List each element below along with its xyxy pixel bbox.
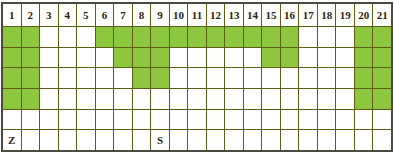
grid-cell-r4c7[interactable] [114, 89, 132, 109]
grid-cell-r6c8[interactable] [133, 130, 151, 150]
grid-cell-r3c18[interactable] [318, 68, 336, 88]
grid-cell-r5c6[interactable] [96, 110, 114, 130]
grid-cell-green-r3c20[interactable] [355, 68, 373, 88]
grid-cell-r6c10[interactable] [170, 130, 188, 150]
grid-cell-r6c2[interactable] [22, 130, 40, 150]
grid-cell-r6c13[interactable] [225, 130, 243, 150]
grid-cell-r5c17[interactable] [299, 110, 317, 130]
grid-cell-r3c15[interactable] [262, 68, 280, 88]
column-header-18: 18 [318, 4, 336, 26]
grid-cell-green-r2c20[interactable] [355, 48, 373, 68]
column-header-4: 4 [59, 4, 77, 26]
grid-cell-r6c3[interactable] [40, 130, 58, 150]
grid-cell-green-r1c8[interactable] [133, 27, 151, 47]
column-header-9: 9 [151, 4, 169, 26]
column-header-11: 11 [188, 4, 206, 26]
grid-cell-green-r1c20[interactable] [355, 27, 373, 47]
grid-cell-r6c16[interactable] [281, 130, 299, 150]
column-header-7: 7 [114, 4, 132, 26]
grid-cell-r3c13[interactable] [225, 68, 243, 88]
grid-cell-r5c3[interactable] [40, 110, 58, 130]
grid-cell-r6c19[interactable] [336, 130, 354, 150]
column-header-21: 21 [373, 4, 391, 26]
column-header-5: 5 [77, 4, 95, 26]
column-header-1: 1 [3, 4, 21, 26]
grid-cell-r5c4[interactable] [59, 110, 77, 130]
grid-cell-green-r1c1[interactable] [3, 27, 21, 47]
grid-cell-green-r1c11[interactable] [188, 27, 206, 47]
grid-cell-r3c3[interactable] [40, 68, 58, 88]
grid-cell-green-r1c21[interactable] [373, 27, 391, 47]
column-header-12: 12 [207, 4, 225, 26]
grid-cell-r4c5[interactable] [77, 89, 95, 109]
grid-cell-r4c10[interactable] [170, 89, 188, 109]
grid-cell-r4c8[interactable] [133, 89, 151, 109]
grid-cell-r4c16[interactable] [281, 89, 299, 109]
grid-cell-r2c19[interactable] [336, 48, 354, 68]
grid-cell-r3c17[interactable] [299, 68, 317, 88]
column-header-15: 15 [262, 4, 280, 26]
grid-cell-r2c4[interactable] [59, 48, 77, 68]
grid-cell-r1c18[interactable] [318, 27, 336, 47]
grid-cell-green-r1c2[interactable] [22, 27, 40, 47]
grid-cell-r4c15[interactable] [262, 89, 280, 109]
grid-cell-green-r4c1[interactable] [3, 89, 21, 109]
grid-cell-r4c12[interactable] [207, 89, 225, 109]
grid-cell-r5c18[interactable] [318, 110, 336, 130]
grid-cell-green-r1c13[interactable] [225, 27, 243, 47]
grid-cell-r5c13[interactable] [225, 110, 243, 130]
grid-cell-r5c14[interactable] [244, 110, 262, 130]
grid-cell-r5c20[interactable] [355, 110, 373, 130]
grid-cell-r6c12[interactable] [207, 130, 225, 150]
grid-cell-r3c5[interactable] [77, 68, 95, 88]
grid-cell-r5c11[interactable] [188, 110, 206, 130]
grid-cell-r4c9[interactable] [151, 89, 169, 109]
grid-cell-r6c11[interactable] [188, 130, 206, 150]
grid-cell-green-r1c15[interactable] [262, 27, 280, 47]
grid-cell-r5c10[interactable] [170, 110, 188, 130]
grid-cell-r5c8[interactable] [133, 110, 151, 130]
grid-cell-r5c12[interactable] [207, 110, 225, 130]
grid-cell-r5c2[interactable] [22, 110, 40, 130]
grid-cell-green-r3c21[interactable] [373, 68, 391, 88]
column-header-20: 20 [355, 4, 373, 26]
grid-cell-r6c21[interactable] [373, 130, 391, 150]
grid-cell-r3c14[interactable] [244, 68, 262, 88]
grid-cell-r1c17[interactable] [299, 27, 317, 47]
column-header-10: 10 [170, 4, 188, 26]
grid-cell-r2c10[interactable] [170, 48, 188, 68]
grid-cell-r6c14[interactable] [244, 130, 262, 150]
column-header-16: 16 [281, 4, 299, 26]
grid-cell-r2c11[interactable] [188, 48, 206, 68]
grid-cell-r1c3[interactable] [40, 27, 58, 47]
grid-cell-r3c4[interactable] [59, 68, 77, 88]
grid-cell-r6c4[interactable] [59, 130, 77, 150]
grid-cell-r6c20[interactable] [355, 130, 373, 150]
grid-cell-r6c17[interactable] [299, 130, 317, 150]
column-header-2: 2 [22, 4, 40, 26]
grid-cell-green-r1c16[interactable] [281, 27, 299, 47]
grid-cell-green-r2c16[interactable] [281, 48, 299, 68]
grid-cell-r6c18[interactable] [318, 130, 336, 150]
grid-cell-green-r1c6[interactable] [96, 27, 114, 47]
grid-cell-r3c16[interactable] [281, 68, 299, 88]
grid-cell-r5c19[interactable] [336, 110, 354, 130]
column-header-6: 6 [96, 4, 114, 26]
grid-cell-r4c4[interactable] [59, 89, 77, 109]
grid-cell-r5c15[interactable] [262, 110, 280, 130]
grid-cell-r6c7[interactable] [114, 130, 132, 150]
column-header-3: 3 [40, 4, 58, 26]
grid-cell-green-r2c8[interactable] [133, 48, 151, 68]
marker-z-cell[interactable]: Z [3, 130, 21, 150]
grid-cell-r2c6[interactable] [96, 48, 114, 68]
grid-cell-green-r2c9[interactable] [151, 48, 169, 68]
grid-cell-green-r1c7[interactable] [114, 27, 132, 47]
grid-cell-r6c6[interactable] [96, 130, 114, 150]
column-header-14: 14 [244, 4, 262, 26]
grid-cell-r3c6[interactable] [96, 68, 114, 88]
grid-cell-green-r1c10[interactable] [170, 27, 188, 47]
grid-cell-green-r1c9[interactable] [151, 27, 169, 47]
grid-cell-r1c19[interactable] [336, 27, 354, 47]
grid-cell-r4c17[interactable] [299, 89, 317, 109]
grid-cell-r3c7[interactable] [114, 68, 132, 88]
grid-cell-green-r1c14[interactable] [244, 27, 262, 47]
grid-cell-r3c19[interactable] [336, 68, 354, 88]
grid-cell-r4c3[interactable] [40, 89, 58, 109]
grid-cell-r2c12[interactable] [207, 48, 225, 68]
grid-cell-green-r2c1[interactable] [3, 48, 21, 68]
puzzle-board: 123456789101112131415161718192021ZS [1, 2, 393, 152]
column-header-17: 17 [299, 4, 317, 26]
grid-cell-r3c10[interactable] [170, 68, 188, 88]
column-header-8: 8 [133, 4, 151, 26]
grid-cell-r2c3[interactable] [40, 48, 58, 68]
grid-cell-r5c16[interactable] [281, 110, 299, 130]
grid-cell-green-r3c8[interactable] [133, 68, 151, 88]
grid-cell-r4c11[interactable] [188, 89, 206, 109]
grid-cell-r5c5[interactable] [77, 110, 95, 130]
grid-cell-green-r4c20[interactable] [355, 89, 373, 109]
grid-cell-r4c13[interactable] [225, 89, 243, 109]
grid-cell-r3c12[interactable] [207, 68, 225, 88]
grid-cell-green-r3c9[interactable] [151, 68, 169, 88]
grid-cell-r6c15[interactable] [262, 130, 280, 150]
grid-cell-r4c14[interactable] [244, 89, 262, 109]
marker-s-cell[interactable]: S [151, 130, 169, 150]
grid-cell-r4c19[interactable] [336, 89, 354, 109]
grid-cell-green-r4c2[interactable] [22, 89, 40, 109]
grid-cell-r5c7[interactable] [114, 110, 132, 130]
grid-cell-r5c9[interactable] [151, 110, 169, 130]
grid-cell-r4c6[interactable] [96, 89, 114, 109]
column-header-13: 13 [225, 4, 243, 26]
grid-cell-r1c5[interactable] [77, 27, 95, 47]
grid-cell-green-r2c15[interactable] [262, 48, 280, 68]
grid-cell-r4c18[interactable] [318, 89, 336, 109]
grid-cell-r5c1[interactable] [3, 110, 21, 130]
grid-cell-r6c5[interactable] [77, 130, 95, 150]
grid-cell-r2c17[interactable] [299, 48, 317, 68]
grid-cell-green-r3c1[interactable] [3, 68, 21, 88]
grid-cell-r1c4[interactable] [59, 27, 77, 47]
grid-cell-r2c5[interactable] [77, 48, 95, 68]
grid-cell-green-r4c21[interactable] [373, 89, 391, 109]
grid-cell-green-r2c7[interactable] [114, 48, 132, 68]
grid-cell-green-r1c12[interactable] [207, 27, 225, 47]
grid-cell-green-r3c2[interactable] [22, 68, 40, 88]
grid-cell-green-r2c21[interactable] [373, 48, 391, 68]
grid-cell-r5c21[interactable] [373, 110, 391, 130]
grid-cell-green-r2c2[interactable] [22, 48, 40, 68]
grid-cell-r2c18[interactable] [318, 48, 336, 68]
column-header-19: 19 [336, 4, 354, 26]
grid-cell-r3c11[interactable] [188, 68, 206, 88]
grid-cell-r2c13[interactable] [225, 48, 243, 68]
grid-cell-r2c14[interactable] [244, 48, 262, 68]
